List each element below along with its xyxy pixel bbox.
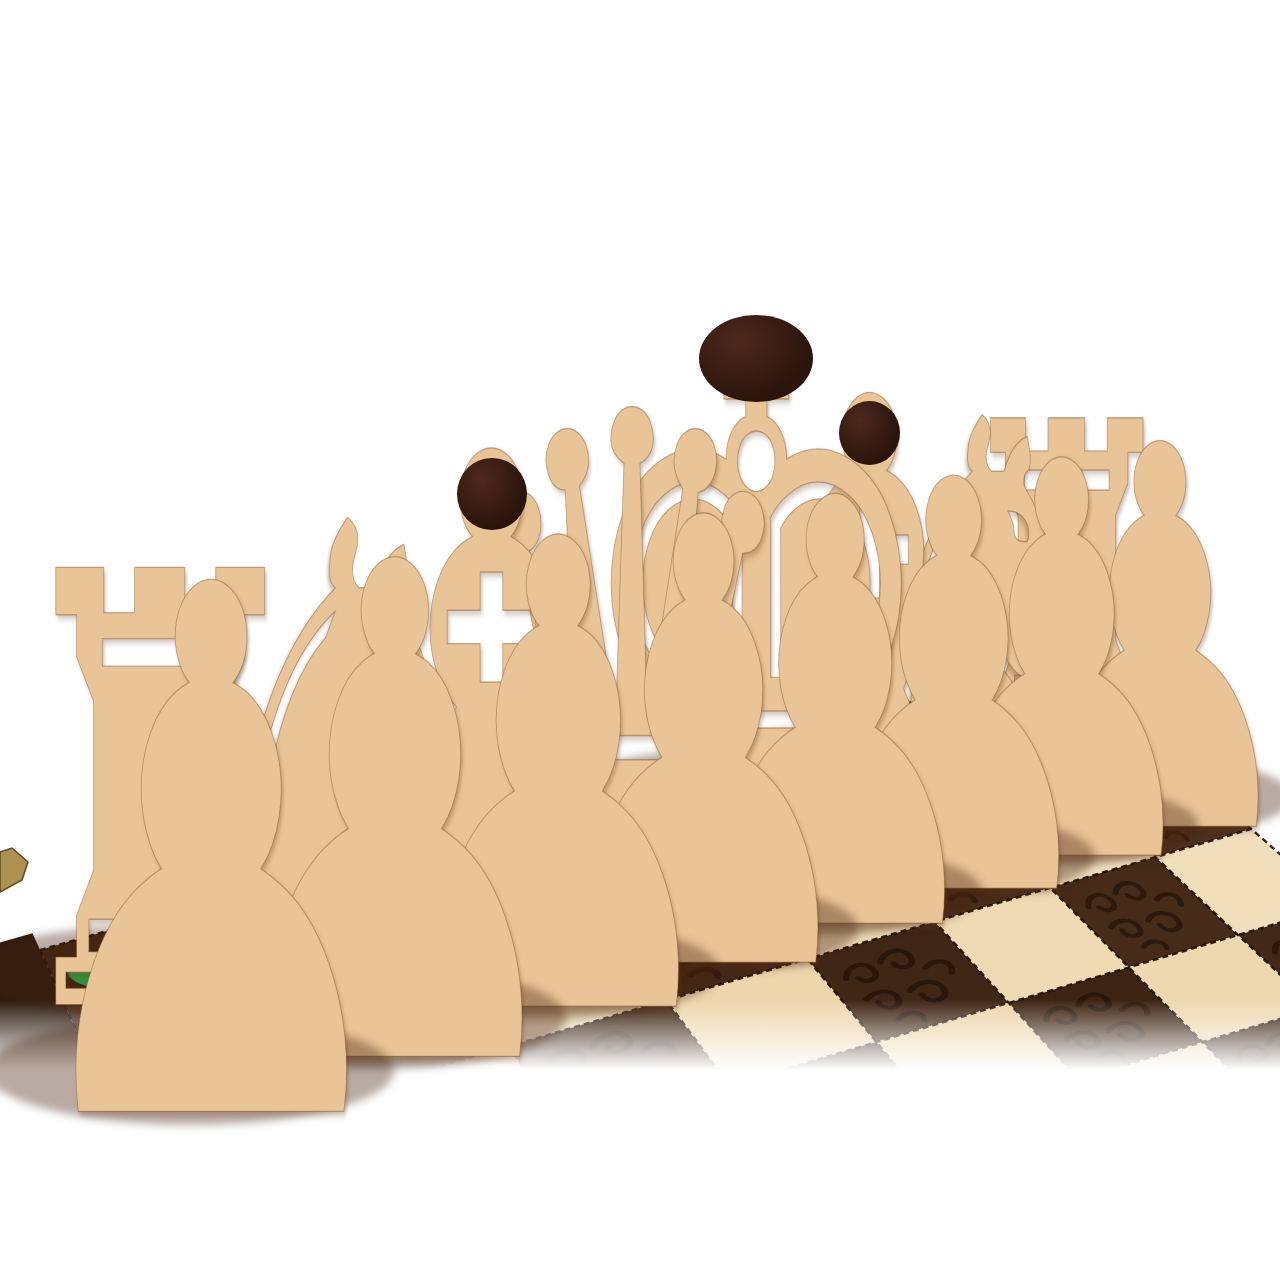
piece-white-pawn-a2[interactable]: ♟ — [0, 495, 437, 1224]
chess-product-photo: ♜♞♝♟♚♟♛♟♝♟♞♟♜♟♟♟ — [0, 0, 1280, 1280]
